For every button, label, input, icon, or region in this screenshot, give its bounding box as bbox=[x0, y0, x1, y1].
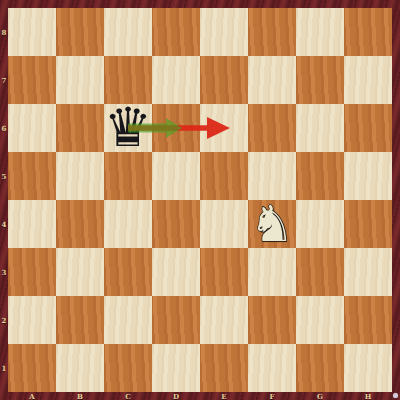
square-b4[interactable] bbox=[56, 200, 104, 248]
square-h7[interactable] bbox=[344, 56, 392, 104]
square-c1[interactable] bbox=[104, 344, 152, 392]
square-h8[interactable] bbox=[344, 8, 392, 56]
file-labels: ABCDEFGH bbox=[8, 392, 392, 400]
square-f3[interactable] bbox=[248, 248, 296, 296]
square-f1[interactable] bbox=[248, 344, 296, 392]
square-f7[interactable] bbox=[248, 56, 296, 104]
file-label-a: A bbox=[8, 392, 56, 400]
square-g7[interactable] bbox=[296, 56, 344, 104]
rank-label-4: 4 bbox=[0, 200, 8, 248]
square-a2[interactable] bbox=[8, 296, 56, 344]
white-knight[interactable]: ♞ bbox=[250, 199, 295, 249]
square-g6[interactable] bbox=[296, 104, 344, 152]
square-b3[interactable] bbox=[56, 248, 104, 296]
square-e1[interactable] bbox=[200, 344, 248, 392]
square-g2[interactable] bbox=[296, 296, 344, 344]
square-a4[interactable] bbox=[8, 200, 56, 248]
square-g5[interactable] bbox=[296, 152, 344, 200]
square-d7[interactable] bbox=[152, 56, 200, 104]
square-e5[interactable] bbox=[200, 152, 248, 200]
square-c8[interactable] bbox=[104, 8, 152, 56]
square-b8[interactable] bbox=[56, 8, 104, 56]
square-a3[interactable] bbox=[8, 248, 56, 296]
square-a8[interactable] bbox=[8, 8, 56, 56]
square-d8[interactable] bbox=[152, 8, 200, 56]
square-h5[interactable] bbox=[344, 152, 392, 200]
square-c4[interactable] bbox=[104, 200, 152, 248]
square-c3[interactable] bbox=[104, 248, 152, 296]
rank-labels: 87654321 bbox=[0, 8, 8, 392]
square-d5[interactable] bbox=[152, 152, 200, 200]
rank-label-1: 1 bbox=[0, 344, 8, 392]
square-a1[interactable] bbox=[8, 344, 56, 392]
square-g3[interactable] bbox=[296, 248, 344, 296]
rank-label-7: 7 bbox=[0, 56, 8, 104]
square-e6[interactable] bbox=[200, 104, 248, 152]
square-g4[interactable] bbox=[296, 200, 344, 248]
square-e2[interactable] bbox=[200, 296, 248, 344]
black-queen[interactable]: ♛ bbox=[104, 101, 152, 155]
square-f2[interactable] bbox=[248, 296, 296, 344]
square-a7[interactable] bbox=[8, 56, 56, 104]
square-d6[interactable] bbox=[152, 104, 200, 152]
square-e4[interactable] bbox=[200, 200, 248, 248]
rank-label-2: 2 bbox=[0, 296, 8, 344]
square-b5[interactable] bbox=[56, 152, 104, 200]
square-g1[interactable] bbox=[296, 344, 344, 392]
square-h2[interactable] bbox=[344, 296, 392, 344]
square-b7[interactable] bbox=[56, 56, 104, 104]
square-f8[interactable] bbox=[248, 8, 296, 56]
rank-label-6: 6 bbox=[0, 104, 8, 152]
rank-label-3: 3 bbox=[0, 248, 8, 296]
file-label-g: G bbox=[296, 392, 344, 400]
square-e7[interactable] bbox=[200, 56, 248, 104]
square-g8[interactable] bbox=[296, 8, 344, 56]
board-squares: ♛♞ bbox=[8, 8, 392, 392]
square-f5[interactable] bbox=[248, 152, 296, 200]
square-f4[interactable]: ♞ bbox=[248, 200, 296, 248]
square-h6[interactable] bbox=[344, 104, 392, 152]
square-a6[interactable] bbox=[8, 104, 56, 152]
chess-board: ♛♞ 87654321 ABCDEFGH bbox=[0, 0, 400, 400]
square-a5[interactable] bbox=[8, 152, 56, 200]
square-d1[interactable] bbox=[152, 344, 200, 392]
square-c6[interactable]: ♛ bbox=[104, 104, 152, 152]
corner-dot bbox=[393, 393, 398, 398]
square-h1[interactable] bbox=[344, 344, 392, 392]
square-b2[interactable] bbox=[56, 296, 104, 344]
square-e3[interactable] bbox=[200, 248, 248, 296]
square-c2[interactable] bbox=[104, 296, 152, 344]
file-label-c: C bbox=[104, 392, 152, 400]
square-b1[interactable] bbox=[56, 344, 104, 392]
square-e8[interactable] bbox=[200, 8, 248, 56]
file-label-b: B bbox=[56, 392, 104, 400]
file-label-e: E bbox=[200, 392, 248, 400]
rank-label-5: 5 bbox=[0, 152, 8, 200]
file-label-d: D bbox=[152, 392, 200, 400]
square-d4[interactable] bbox=[152, 200, 200, 248]
square-d3[interactable] bbox=[152, 248, 200, 296]
square-c5[interactable] bbox=[104, 152, 152, 200]
file-label-f: F bbox=[248, 392, 296, 400]
file-label-h: H bbox=[344, 392, 392, 400]
square-d2[interactable] bbox=[152, 296, 200, 344]
rank-label-8: 8 bbox=[0, 8, 8, 56]
square-f6[interactable] bbox=[248, 104, 296, 152]
square-h3[interactable] bbox=[344, 248, 392, 296]
square-b6[interactable] bbox=[56, 104, 104, 152]
square-h4[interactable] bbox=[344, 200, 392, 248]
